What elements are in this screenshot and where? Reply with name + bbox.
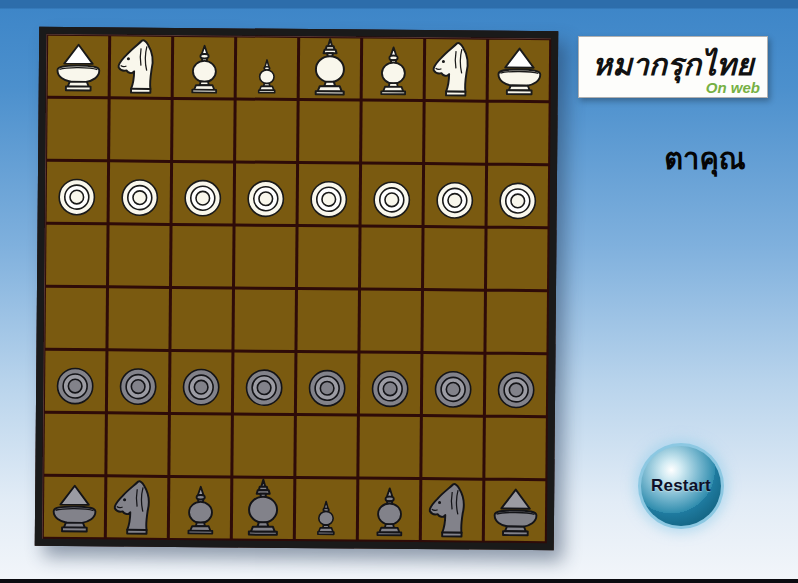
white-bia-piece[interactable]	[179, 174, 227, 222]
square-r7c5[interactable]	[359, 480, 420, 541]
restart-button-label: Restart	[651, 476, 711, 496]
square-r1c3[interactable]	[236, 100, 297, 161]
makruk-app-window: หมากรุกไทย On web ตาคุณ Restart	[0, 0, 798, 583]
square-r4c3[interactable]	[234, 289, 295, 350]
square-r1c6[interactable]	[425, 102, 486, 163]
square-r4c5[interactable]	[360, 291, 421, 352]
square-r0c0[interactable]	[48, 36, 109, 97]
black-bia-piece[interactable]	[51, 362, 99, 410]
window-bottom-bar	[0, 579, 798, 583]
square-r7c0[interactable]	[44, 477, 105, 538]
square-r4c0[interactable]	[45, 288, 106, 349]
square-r2c7[interactable]	[488, 166, 549, 227]
square-r7c4[interactable]	[296, 479, 357, 540]
square-r4c7[interactable]	[486, 292, 547, 353]
white-met-piece[interactable]	[243, 49, 291, 97]
logo: หมากรุกไทย On web	[578, 36, 768, 98]
makruk-board	[35, 27, 559, 551]
square-r6c5[interactable]	[359, 417, 420, 478]
black-bia-piece[interactable]	[366, 365, 414, 413]
white-khon-piece[interactable]	[365, 43, 420, 98]
square-r5c5[interactable]	[360, 354, 421, 415]
square-r7c6[interactable]	[422, 480, 483, 541]
square-r3c1[interactable]	[109, 225, 170, 286]
black-bia-piece[interactable]	[492, 366, 540, 414]
square-r7c2[interactable]	[170, 478, 231, 539]
square-r5c3[interactable]	[234, 352, 295, 413]
square-r2c5[interactable]	[362, 165, 423, 226]
square-r4c1[interactable]	[108, 288, 169, 349]
square-r4c4[interactable]	[297, 290, 358, 351]
square-r1c5[interactable]	[362, 102, 423, 163]
square-r0c4[interactable]	[300, 38, 361, 99]
black-bia-piece[interactable]	[114, 362, 162, 410]
square-r5c6[interactable]	[423, 354, 484, 415]
white-bia-piece[interactable]	[368, 176, 416, 224]
square-r1c0[interactable]	[47, 99, 108, 160]
black-rook-piece[interactable]	[45, 479, 102, 536]
black-knight-piece[interactable]	[423, 481, 482, 540]
square-r0c5[interactable]	[363, 39, 424, 100]
square-r6c0[interactable]	[44, 414, 105, 475]
white-bia-piece[interactable]	[494, 177, 542, 225]
white-rook-piece[interactable]	[49, 38, 106, 95]
square-r3c2[interactable]	[172, 226, 233, 287]
white-bia-piece[interactable]	[242, 175, 290, 223]
white-bia-piece[interactable]	[116, 173, 164, 221]
square-r1c1[interactable]	[110, 99, 171, 160]
black-bia-piece[interactable]	[429, 365, 477, 413]
white-bia-piece[interactable]	[53, 173, 101, 221]
black-bia-piece[interactable]	[177, 363, 225, 411]
square-r0c2[interactable]	[174, 37, 235, 98]
square-r5c0[interactable]	[45, 351, 106, 412]
square-r0c1[interactable]	[111, 36, 172, 97]
square-r6c4[interactable]	[296, 416, 357, 477]
white-bia-piece[interactable]	[305, 175, 353, 223]
black-khon-piece[interactable]	[361, 484, 416, 539]
black-bia-piece[interactable]	[303, 364, 351, 412]
square-r0c7[interactable]	[489, 40, 550, 101]
logo-subtitle: On web	[706, 79, 760, 96]
square-r1c7[interactable]	[488, 103, 549, 164]
square-r7c7[interactable]	[485, 481, 546, 542]
square-r6c6[interactable]	[422, 417, 483, 478]
black-king-piece[interactable]	[233, 477, 294, 538]
square-r3c7[interactable]	[487, 229, 548, 290]
square-r4c2[interactable]	[171, 289, 232, 350]
black-knight-piece[interactable]	[108, 478, 167, 537]
square-r3c0[interactable]	[46, 225, 107, 286]
white-knight-piece[interactable]	[427, 40, 486, 99]
white-rook-piece[interactable]	[490, 42, 547, 99]
black-khon-piece[interactable]	[172, 482, 227, 537]
square-r2c3[interactable]	[236, 163, 297, 224]
white-bia-piece[interactable]	[431, 176, 479, 224]
black-rook-piece[interactable]	[486, 483, 543, 540]
square-r6c2[interactable]	[170, 415, 231, 476]
square-r4c6[interactable]	[423, 291, 484, 352]
square-r2c0[interactable]	[47, 162, 108, 223]
square-r6c1[interactable]	[107, 414, 168, 475]
square-r6c3[interactable]	[233, 415, 294, 476]
board-frame	[35, 27, 559, 551]
square-r0c6[interactable]	[426, 39, 487, 100]
square-r5c2[interactable]	[171, 352, 232, 413]
square-r3c4[interactable]	[298, 227, 359, 288]
square-r1c2[interactable]	[173, 100, 234, 161]
white-knight-piece[interactable]	[112, 37, 171, 96]
square-r2c1[interactable]	[110, 162, 171, 223]
square-r0c3[interactable]	[237, 37, 298, 98]
white-king-piece[interactable]	[300, 37, 361, 98]
square-r2c6[interactable]	[425, 165, 486, 226]
white-khon-piece[interactable]	[176, 41, 231, 96]
square-r3c6[interactable]	[424, 228, 485, 289]
black-met-piece[interactable]	[302, 490, 350, 538]
restart-button[interactable]: Restart	[641, 446, 721, 526]
square-r5c4[interactable]	[297, 353, 358, 414]
black-bia-piece[interactable]	[240, 364, 288, 412]
square-r2c4[interactable]	[299, 164, 360, 225]
square-r5c1[interactable]	[108, 351, 169, 412]
square-r3c3[interactable]	[235, 226, 296, 287]
square-r7c1[interactable]	[107, 477, 168, 538]
square-r2c2[interactable]	[173, 163, 234, 224]
square-r5c7[interactable]	[486, 355, 547, 416]
square-r7c3[interactable]	[233, 478, 294, 539]
square-r3c5[interactable]	[361, 228, 422, 289]
turn-indicator: ตาคุณ	[638, 136, 772, 182]
square-r6c7[interactable]	[485, 418, 546, 479]
square-r1c4[interactable]	[299, 101, 360, 162]
